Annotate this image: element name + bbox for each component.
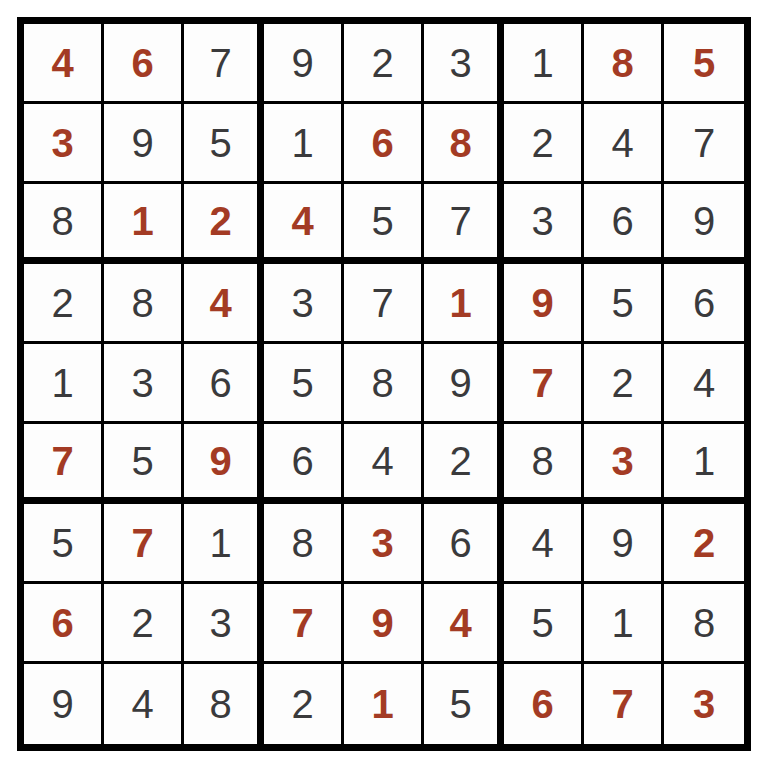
cell-digit: 6: [611, 201, 633, 241]
cell-r9c6[interactable]: 5: [424, 664, 504, 744]
cell-digit: 6: [693, 283, 715, 323]
cell-digit: 2: [611, 363, 633, 403]
cell-r7c4[interactable]: 8: [264, 504, 344, 584]
cell-r3c2[interactable]: 1: [104, 184, 184, 264]
cell-digit: 5: [371, 201, 393, 241]
cell-digit: 8: [449, 123, 471, 163]
sudoku-board: 4679231853951682478124573692843719561365…: [17, 17, 751, 751]
cell-r6c5[interactable]: 4: [344, 424, 424, 504]
cell-digit: 1: [291, 123, 313, 163]
cell-r6c4[interactable]: 6: [264, 424, 344, 504]
cell-digit: 3: [449, 43, 471, 83]
cell-digit: 5: [131, 441, 153, 481]
cell-digit: 6: [209, 363, 231, 403]
cell-r8c3[interactable]: 3: [184, 584, 264, 664]
cell-digit: 1: [611, 603, 633, 643]
cell-r2c3[interactable]: 5: [184, 104, 264, 184]
cell-r5c6[interactable]: 9: [424, 344, 504, 424]
cell-digit: 9: [611, 523, 633, 563]
cell-r9c1[interactable]: 9: [24, 664, 104, 744]
cell-digit: 1: [51, 363, 73, 403]
cell-digit: 4: [531, 523, 553, 563]
cell-r2c7[interactable]: 2: [504, 104, 584, 184]
cell-digit: 7: [291, 603, 313, 643]
cell-digit: 1: [131, 201, 153, 241]
cell-digit: 3: [51, 123, 73, 163]
cell-r5c7[interactable]: 7: [504, 344, 584, 424]
cell-digit: 2: [449, 441, 471, 481]
cell-digit: 7: [449, 201, 471, 241]
cell-digit: 6: [449, 523, 471, 563]
cell-r3c7[interactable]: 3: [504, 184, 584, 264]
cell-digit: 5: [51, 523, 73, 563]
cell-r4c9[interactable]: 6: [664, 264, 744, 344]
cell-r9c7[interactable]: 6: [504, 664, 584, 744]
cell-digit: 1: [371, 684, 393, 724]
cell-r5c5[interactable]: 8: [344, 344, 424, 424]
cell-digit: 2: [291, 684, 313, 724]
cell-r6c8[interactable]: 3: [584, 424, 664, 504]
cell-digit: 5: [291, 363, 313, 403]
cell-r2c2[interactable]: 9: [104, 104, 184, 184]
cell-digit: 9: [51, 684, 73, 724]
cell-r1c4[interactable]: 9: [264, 24, 344, 104]
cell-r2c4[interactable]: 1: [264, 104, 344, 184]
cell-r7c3[interactable]: 1: [184, 504, 264, 584]
cell-r1c7[interactable]: 1: [504, 24, 584, 104]
cell-r8c1[interactable]: 6: [24, 584, 104, 664]
cell-digit: 3: [209, 603, 231, 643]
cell-digit: 6: [531, 684, 553, 724]
cell-r1c8[interactable]: 8: [584, 24, 664, 104]
cell-r6c2[interactable]: 5: [104, 424, 184, 504]
cell-digit: 3: [693, 684, 715, 724]
cell-digit: 8: [291, 523, 313, 563]
cell-r5c8[interactable]: 2: [584, 344, 664, 424]
cell-digit: 8: [531, 441, 553, 481]
cell-r9c9[interactable]: 3: [664, 664, 744, 744]
cell-digit: 7: [209, 43, 231, 83]
cell-r7c7[interactable]: 4: [504, 504, 584, 584]
cell-digit: 2: [371, 43, 393, 83]
cell-digit: 2: [209, 201, 231, 241]
cell-r6c6[interactable]: 2: [424, 424, 504, 504]
cell-r3c3[interactable]: 2: [184, 184, 264, 264]
cell-r2c1[interactable]: 3: [24, 104, 104, 184]
cell-digit: 9: [693, 201, 715, 241]
cell-r4c1[interactable]: 2: [24, 264, 104, 344]
cell-r5c1[interactable]: 1: [24, 344, 104, 424]
cell-r3c9[interactable]: 9: [664, 184, 744, 264]
cell-r9c3[interactable]: 8: [184, 664, 264, 744]
cell-digit: 2: [131, 603, 153, 643]
cell-digit: 6: [291, 441, 313, 481]
cell-digit: 2: [693, 523, 715, 563]
cell-digit: 8: [209, 684, 231, 724]
cell-r3c5[interactable]: 5: [344, 184, 424, 264]
cell-digit: 7: [131, 523, 153, 563]
cell-digit: 5: [531, 603, 553, 643]
cell-r7c9[interactable]: 2: [664, 504, 744, 584]
cell-digit: 7: [611, 684, 633, 724]
cell-r7c6[interactable]: 6: [424, 504, 504, 584]
cell-r7c5[interactable]: 3: [344, 504, 424, 584]
cell-r3c8[interactable]: 6: [584, 184, 664, 264]
cell-digit: 1: [693, 441, 715, 481]
cell-r6c1[interactable]: 7: [24, 424, 104, 504]
cell-digit: 9: [291, 43, 313, 83]
cell-r8c2[interactable]: 2: [104, 584, 184, 664]
cell-r4c2[interactable]: 8: [104, 264, 184, 344]
cell-digit: 9: [209, 441, 231, 481]
cell-digit: 3: [131, 363, 153, 403]
cell-r5c3[interactable]: 6: [184, 344, 264, 424]
cell-digit: 4: [291, 201, 313, 241]
cell-digit: 5: [693, 43, 715, 83]
cell-digit: 5: [611, 283, 633, 323]
cell-digit: 2: [531, 123, 553, 163]
cell-r9c2[interactable]: 4: [104, 664, 184, 744]
cell-r6c7[interactable]: 8: [504, 424, 584, 504]
cell-r1c2[interactable]: 6: [104, 24, 184, 104]
cell-r2c5[interactable]: 6: [344, 104, 424, 184]
cell-digit: 2: [51, 283, 73, 323]
cell-r4c3[interactable]: 4: [184, 264, 264, 344]
cell-digit: 6: [51, 603, 73, 643]
cell-digit: 4: [51, 43, 73, 83]
cell-digit: 4: [449, 603, 471, 643]
cell-r9c4[interactable]: 2: [264, 664, 344, 744]
cell-r5c2[interactable]: 3: [104, 344, 184, 424]
cell-digit: 1: [209, 523, 231, 563]
cell-r1c9[interactable]: 5: [664, 24, 744, 104]
cell-digit: 1: [531, 43, 553, 83]
cell-digit: 8: [371, 363, 393, 403]
cell-r8c7[interactable]: 5: [504, 584, 584, 664]
cell-digit: 3: [371, 523, 393, 563]
cell-digit: 9: [531, 283, 553, 323]
cell-digit: 6: [131, 43, 153, 83]
cell-digit: 8: [51, 201, 73, 241]
cell-digit: 5: [449, 684, 471, 724]
cell-digit: 3: [611, 441, 633, 481]
cell-digit: 8: [611, 43, 633, 83]
cell-digit: 6: [371, 123, 393, 163]
cell-digit: 4: [209, 283, 231, 323]
cell-digit: 7: [693, 123, 715, 163]
cell-r8c4[interactable]: 7: [264, 584, 344, 664]
cell-r4c4[interactable]: 3: [264, 264, 344, 344]
cell-digit: 4: [693, 363, 715, 403]
cell-digit: 7: [531, 363, 553, 403]
cell-r8c9[interactable]: 8: [664, 584, 744, 664]
cell-r7c2[interactable]: 7: [104, 504, 184, 584]
cell-digit: 4: [611, 123, 633, 163]
cell-r6c3[interactable]: 9: [184, 424, 264, 504]
cell-r7c1[interactable]: 5: [24, 504, 104, 584]
cell-r5c4[interactable]: 5: [264, 344, 344, 424]
cell-r9c5[interactable]: 1: [344, 664, 424, 744]
cell-r5c9[interactable]: 4: [664, 344, 744, 424]
cell-r4c8[interactable]: 5: [584, 264, 664, 344]
cell-r4c7[interactable]: 9: [504, 264, 584, 344]
cell-digit: 9: [371, 603, 393, 643]
cell-r1c5[interactable]: 2: [344, 24, 424, 104]
cell-digit: 8: [131, 283, 153, 323]
cell-digit: 9: [449, 363, 471, 403]
cell-r4c6[interactable]: 1: [424, 264, 504, 344]
cell-r8c6[interactable]: 4: [424, 584, 504, 664]
cell-r3c1[interactable]: 8: [24, 184, 104, 264]
cell-r9c8[interactable]: 7: [584, 664, 664, 744]
cell-r2c8[interactable]: 4: [584, 104, 664, 184]
cell-r8c8[interactable]: 1: [584, 584, 664, 664]
cell-r3c6[interactable]: 7: [424, 184, 504, 264]
cell-r1c1[interactable]: 4: [24, 24, 104, 104]
cell-r8c5[interactable]: 9: [344, 584, 424, 664]
cell-digit: 5: [209, 123, 231, 163]
cell-r2c6[interactable]: 8: [424, 104, 504, 184]
cell-r1c6[interactable]: 3: [424, 24, 504, 104]
cell-digit: 4: [131, 684, 153, 724]
cell-r1c3[interactable]: 7: [184, 24, 264, 104]
cell-digit: 8: [693, 603, 715, 643]
cell-r7c8[interactable]: 9: [584, 504, 664, 584]
cell-digit: 1: [449, 283, 471, 323]
cell-r3c4[interactable]: 4: [264, 184, 344, 264]
cell-digit: 7: [371, 283, 393, 323]
cell-r2c9[interactable]: 7: [664, 104, 744, 184]
cell-digit: 3: [531, 201, 553, 241]
cell-digit: 9: [131, 123, 153, 163]
cell-r4c5[interactable]: 7: [344, 264, 424, 344]
cell-digit: 7: [51, 441, 73, 481]
cell-digit: 3: [291, 283, 313, 323]
cell-r6c9[interactable]: 1: [664, 424, 744, 504]
cell-digit: 4: [371, 441, 393, 481]
